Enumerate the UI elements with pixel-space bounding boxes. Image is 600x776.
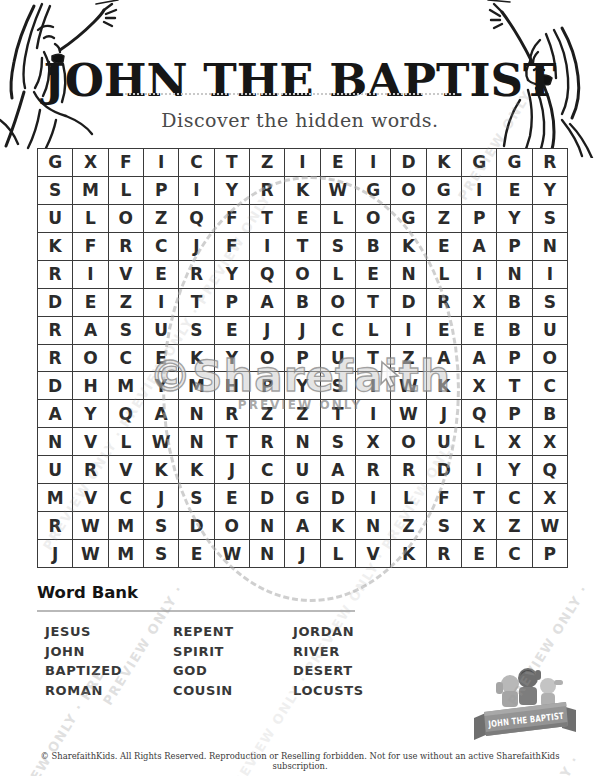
word-bank-item: COUSIN bbox=[173, 681, 234, 701]
grid-cell: A bbox=[427, 345, 462, 373]
grid-cell: P bbox=[144, 177, 179, 205]
grid-cell: W bbox=[215, 540, 250, 568]
grid-cell: R bbox=[109, 233, 144, 261]
word-bank-item: DESERT bbox=[293, 661, 364, 681]
grid-cell: K bbox=[179, 345, 214, 373]
grid-cell: G bbox=[391, 205, 426, 233]
grid-cell: G bbox=[462, 149, 497, 177]
grid-cell: I bbox=[356, 372, 391, 400]
grid-cell: B bbox=[497, 317, 532, 345]
grid-cell: O bbox=[109, 205, 144, 233]
grid-cell: K bbox=[427, 149, 462, 177]
grid-cell: L bbox=[321, 205, 356, 233]
grid-cell: X bbox=[356, 428, 391, 456]
grid-cell: C bbox=[497, 540, 532, 568]
grid-cell: Q bbox=[462, 400, 497, 428]
grid-cell: S bbox=[109, 317, 144, 345]
grid-cell: B bbox=[285, 289, 320, 317]
word-bank-column-2: REPENTSPIRITGODCOUSIN bbox=[173, 622, 234, 700]
grid-cell: A bbox=[250, 289, 285, 317]
grid-cell: K bbox=[179, 456, 214, 484]
grid-cell: G bbox=[285, 484, 320, 512]
grid-cell: E bbox=[285, 205, 320, 233]
grid-cell: J bbox=[144, 484, 179, 512]
grid-cell: O bbox=[250, 345, 285, 373]
grid-cell: T bbox=[215, 428, 250, 456]
grid-cell: T bbox=[250, 205, 285, 233]
grid-cell: W bbox=[391, 400, 426, 428]
word-bank-column-3: JORDANRIVERDESERTLOCUSTS bbox=[293, 622, 364, 700]
grid-cell: U bbox=[285, 456, 320, 484]
grid-cell: M bbox=[179, 372, 214, 400]
grid-cell: Y bbox=[497, 456, 532, 484]
grid-cell: Q bbox=[179, 205, 214, 233]
grid-cell: O bbox=[356, 205, 391, 233]
grid-cell: R bbox=[356, 456, 391, 484]
grid-cell: Q bbox=[109, 400, 144, 428]
grid-cell: W bbox=[73, 512, 108, 540]
grid-cell: X bbox=[462, 372, 497, 400]
grid-cell: R bbox=[427, 289, 462, 317]
grid-cell: R bbox=[427, 540, 462, 568]
grid-cell: C bbox=[109, 484, 144, 512]
grid-cell: A bbox=[321, 456, 356, 484]
grid-cell: I bbox=[179, 177, 214, 205]
grid-cell: Z bbox=[391, 512, 426, 540]
grid-cell: E bbox=[215, 484, 250, 512]
grid-cell: Y bbox=[285, 372, 320, 400]
grid-cell: M bbox=[38, 484, 73, 512]
grid-cell: N bbox=[179, 428, 214, 456]
page-subtitle: Discover the hidden words. bbox=[0, 109, 600, 131]
grid-cell: L bbox=[321, 540, 356, 568]
grid-cell: V bbox=[73, 484, 108, 512]
grid-cell: S bbox=[427, 512, 462, 540]
grid-cell: Y bbox=[497, 205, 532, 233]
grid-cell: S bbox=[38, 177, 73, 205]
grid-cell: E bbox=[462, 317, 497, 345]
grid-cell: Z bbox=[427, 205, 462, 233]
grid-cell: N bbox=[497, 261, 532, 289]
grid-cell: I bbox=[356, 484, 391, 512]
grid-cell: R bbox=[391, 456, 426, 484]
grid-cell: X bbox=[73, 149, 108, 177]
grid-cell: O bbox=[73, 345, 108, 373]
grid-cell: V bbox=[109, 456, 144, 484]
grid-cell: L bbox=[356, 317, 391, 345]
grid-cell: R bbox=[38, 317, 73, 345]
grid-cell: V bbox=[109, 261, 144, 289]
grid-cell: S bbox=[179, 317, 214, 345]
grid-cell: O bbox=[285, 261, 320, 289]
grid-cell: A bbox=[462, 345, 497, 373]
grid-cell: O bbox=[321, 289, 356, 317]
grid-cell: D bbox=[38, 372, 73, 400]
grid-cell: Y bbox=[144, 372, 179, 400]
grid-cell: S bbox=[144, 512, 179, 540]
grid-cell: S bbox=[179, 484, 214, 512]
grid-cell: Q bbox=[250, 261, 285, 289]
grid-cell: B bbox=[497, 289, 532, 317]
grid-cell: E bbox=[356, 261, 391, 289]
grid-cell: P bbox=[533, 540, 568, 568]
grid-cell: C bbox=[179, 149, 214, 177]
word-bank-item: REPENT bbox=[173, 622, 234, 642]
grid-cell: E bbox=[497, 177, 532, 205]
grid-cell: C bbox=[109, 345, 144, 373]
word-bank-item: BAPTIZED bbox=[45, 661, 122, 681]
john-the-baptist-badge-logo: JOHN THE BAPTIST bbox=[472, 662, 578, 754]
grid-cell: Q bbox=[533, 456, 568, 484]
grid-cell: M bbox=[109, 512, 144, 540]
grid-cell: I bbox=[462, 177, 497, 205]
grid-cell: A bbox=[144, 400, 179, 428]
grid-cell: E bbox=[427, 317, 462, 345]
word-bank-item: GOD bbox=[173, 661, 234, 681]
grid-cell: C bbox=[250, 456, 285, 484]
grid-cell: X bbox=[533, 428, 568, 456]
grid-cell: Y bbox=[215, 177, 250, 205]
grid-cell: Z bbox=[144, 205, 179, 233]
grid-cell: P bbox=[285, 345, 320, 373]
grid-cell: L bbox=[427, 261, 462, 289]
grid-cell: P bbox=[462, 205, 497, 233]
grid-cell: Y bbox=[215, 261, 250, 289]
grid-cell: C bbox=[533, 372, 568, 400]
grid-cell: E bbox=[462, 540, 497, 568]
grid-cell: I bbox=[73, 261, 108, 289]
worksheet-page: JOHN THE BAPTIST Discover the hidden wor… bbox=[0, 0, 600, 776]
grid-cell: L bbox=[391, 484, 426, 512]
title-separator bbox=[125, 93, 455, 95]
grid-cell: N bbox=[179, 400, 214, 428]
grid-cell: U bbox=[533, 317, 568, 345]
grid-cell: R bbox=[179, 261, 214, 289]
grid-cell: Y bbox=[73, 400, 108, 428]
badge-characters bbox=[496, 668, 563, 707]
grid-cell: P bbox=[497, 400, 532, 428]
grid-cell: F bbox=[215, 233, 250, 261]
grid-cell: G bbox=[427, 177, 462, 205]
word-bank-column-1: JESUSJOHNBAPTIZEDROMAN bbox=[45, 622, 122, 700]
grid-cell: M bbox=[73, 177, 108, 205]
grid-cell: T bbox=[356, 345, 391, 373]
grid-cell: O bbox=[391, 177, 426, 205]
grid-cell: Z bbox=[497, 512, 532, 540]
grid-cell: F bbox=[427, 484, 462, 512]
grid-cell: R bbox=[250, 177, 285, 205]
grid-cell: T bbox=[497, 372, 532, 400]
grid-cell: N bbox=[285, 428, 320, 456]
grid-cell: I bbox=[462, 456, 497, 484]
grid-cell: T bbox=[356, 289, 391, 317]
grid-cell: R bbox=[73, 456, 108, 484]
grid-cell: Y bbox=[215, 345, 250, 373]
grid-cell: G bbox=[38, 149, 73, 177]
grid-cell: S bbox=[533, 289, 568, 317]
grid-cell: S bbox=[533, 205, 568, 233]
grid-cell: W bbox=[144, 428, 179, 456]
grid-cell: J bbox=[427, 400, 462, 428]
grid-cell: G bbox=[356, 177, 391, 205]
grid-cell: U bbox=[427, 428, 462, 456]
grid-cell: Z bbox=[109, 289, 144, 317]
grid-cell: W bbox=[533, 512, 568, 540]
grid-cell: M bbox=[109, 540, 144, 568]
grid-cell: S bbox=[144, 540, 179, 568]
grid-cell: T bbox=[462, 484, 497, 512]
grid-cell: V bbox=[73, 428, 108, 456]
word-bank-item: JORDAN bbox=[293, 622, 364, 642]
grid-cell: P bbox=[215, 289, 250, 317]
grid-cell: C bbox=[144, 233, 179, 261]
grid-cell: P bbox=[250, 372, 285, 400]
grid-cell: J bbox=[215, 456, 250, 484]
grid-cell: S bbox=[321, 372, 356, 400]
grid-cell: E bbox=[144, 345, 179, 373]
grid-cell: I bbox=[533, 261, 568, 289]
grid-cell: F bbox=[215, 205, 250, 233]
word-bank-item: JESUS bbox=[45, 622, 122, 642]
word-bank-item: JOHN bbox=[45, 642, 122, 662]
grid-cell: T bbox=[321, 400, 356, 428]
grid-cell: O bbox=[215, 512, 250, 540]
grid-cell: A bbox=[462, 233, 497, 261]
grid-cell: Z bbox=[391, 345, 426, 373]
grid-cell: L bbox=[73, 205, 108, 233]
grid-cell: B bbox=[356, 233, 391, 261]
grid-cell: X bbox=[533, 484, 568, 512]
grid-cell: D bbox=[250, 484, 285, 512]
grid-cell: J bbox=[179, 233, 214, 261]
grid-cell: O bbox=[391, 428, 426, 456]
grid-cell: I bbox=[391, 317, 426, 345]
grid-cell: H bbox=[215, 372, 250, 400]
grid-cell: L bbox=[109, 428, 144, 456]
word-bank-item: LOCUSTS bbox=[293, 681, 364, 701]
grid-cell: I bbox=[144, 149, 179, 177]
grid-cell: P bbox=[497, 345, 532, 373]
grid-cell: R bbox=[215, 400, 250, 428]
grid-cell: T bbox=[285, 233, 320, 261]
grid-cell: D bbox=[179, 512, 214, 540]
badge-ribbon: JOHN THE BAPTIST bbox=[474, 702, 576, 740]
grid-cell: I bbox=[250, 233, 285, 261]
grid-cell: E bbox=[73, 289, 108, 317]
grid-cell: U bbox=[38, 205, 73, 233]
grid-cell: R bbox=[38, 512, 73, 540]
grid-cell: P bbox=[497, 233, 532, 261]
grid-cell: K bbox=[321, 512, 356, 540]
grid-cell: B bbox=[533, 400, 568, 428]
grid-cell: K bbox=[391, 540, 426, 568]
grid-cell: N bbox=[250, 512, 285, 540]
grid-cell: J bbox=[38, 540, 73, 568]
grid-cell: A bbox=[73, 317, 108, 345]
grid-cell: R bbox=[533, 149, 568, 177]
grid-cell: L bbox=[109, 177, 144, 205]
grid-cell: M bbox=[109, 372, 144, 400]
copyright-footer: © SharefaithKids. All Rights Reserved. R… bbox=[40, 751, 560, 771]
grid-cell: A bbox=[285, 512, 320, 540]
grid-cell: N bbox=[356, 512, 391, 540]
grid-cell: R bbox=[250, 428, 285, 456]
grid-cell: W bbox=[73, 540, 108, 568]
grid-cell: K bbox=[144, 456, 179, 484]
grid-cell: U bbox=[144, 317, 179, 345]
grid-cell: D bbox=[38, 289, 73, 317]
grid-cell: A bbox=[38, 400, 73, 428]
grid-cell: R bbox=[38, 345, 73, 373]
word-bank-item: RIVER bbox=[293, 642, 364, 662]
grid-cell: Z bbox=[250, 400, 285, 428]
grid-cell: J bbox=[285, 317, 320, 345]
grid-cell: T bbox=[179, 289, 214, 317]
grid-cell: O bbox=[533, 345, 568, 373]
grid-cell: I bbox=[144, 289, 179, 317]
grid-cell: K bbox=[285, 177, 320, 205]
grid-cell: K bbox=[391, 233, 426, 261]
word-bank-heading: Word Bank bbox=[37, 583, 567, 602]
grid-cell: Z bbox=[250, 149, 285, 177]
grid-cell: R bbox=[38, 261, 73, 289]
grid-cell: U bbox=[321, 345, 356, 373]
word-bank-divider bbox=[37, 610, 355, 612]
grid-cell: S bbox=[321, 233, 356, 261]
grid-cell: G bbox=[497, 149, 532, 177]
grid-cell: H bbox=[73, 372, 108, 400]
grid-cell: C bbox=[497, 484, 532, 512]
word-bank-item: ROMAN bbox=[45, 681, 122, 701]
grid-cell: I bbox=[285, 149, 320, 177]
grid-cell: D bbox=[427, 456, 462, 484]
grid-cell: X bbox=[462, 289, 497, 317]
grid-cell: F bbox=[73, 233, 108, 261]
grid-cell: W bbox=[321, 177, 356, 205]
grid-cell: N bbox=[38, 428, 73, 456]
grid-cell: J bbox=[285, 540, 320, 568]
grid-cell: D bbox=[391, 149, 426, 177]
grid-cell: L bbox=[321, 261, 356, 289]
grid-cell: U bbox=[38, 456, 73, 484]
grid-cell: C bbox=[321, 317, 356, 345]
grid-cell: K bbox=[427, 372, 462, 400]
grid-cell: I bbox=[356, 149, 391, 177]
grid-cell: E bbox=[215, 317, 250, 345]
grid-cell: D bbox=[321, 484, 356, 512]
grid-cell: N bbox=[250, 540, 285, 568]
grid-cell: E bbox=[179, 540, 214, 568]
grid-cell: X bbox=[462, 512, 497, 540]
grid-cell: L bbox=[462, 428, 497, 456]
grid-cell: E bbox=[427, 233, 462, 261]
grid-cell: Z bbox=[285, 400, 320, 428]
page-title: JOHN THE BAPTIST bbox=[0, 54, 600, 107]
grid-cell: N bbox=[391, 261, 426, 289]
grid-cell: X bbox=[497, 428, 532, 456]
word-bank-item: SPIRIT bbox=[173, 642, 234, 662]
grid-cell: F bbox=[109, 149, 144, 177]
grid-cell: N bbox=[533, 233, 568, 261]
grid-cell: S bbox=[321, 428, 356, 456]
grid-cell: D bbox=[391, 289, 426, 317]
grid-cell: I bbox=[462, 261, 497, 289]
word-search-grid: GXFICTZIEIDKGGRSMLPIYRKWGOGIEYULOZQFTELO… bbox=[37, 148, 568, 568]
grid-cell: W bbox=[391, 372, 426, 400]
grid-cell: J bbox=[250, 317, 285, 345]
grid-cell: V bbox=[356, 540, 391, 568]
grid-cell: K bbox=[38, 233, 73, 261]
grid-cell: Y bbox=[533, 177, 568, 205]
grid-cell: T bbox=[215, 149, 250, 177]
grid-cell: E bbox=[321, 149, 356, 177]
grid-cell: E bbox=[144, 261, 179, 289]
grid-cell: I bbox=[356, 400, 391, 428]
